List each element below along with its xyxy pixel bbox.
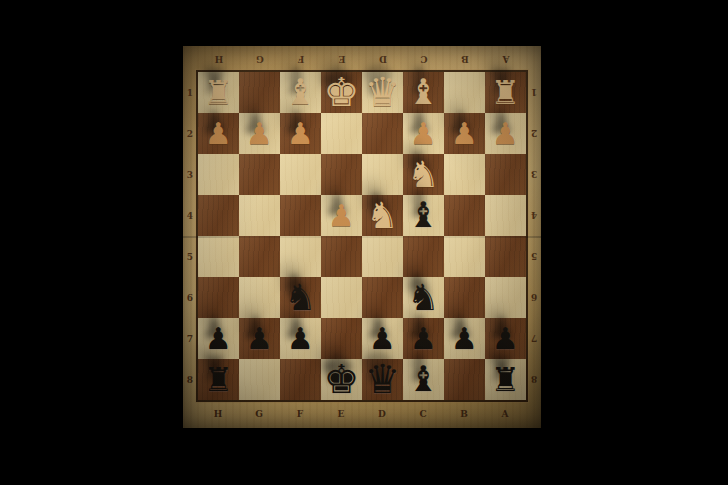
piece-black-queen-d8[interactable]: ♛ <box>365 359 401 400</box>
square-e3[interactable] <box>321 154 362 195</box>
square-b1[interactable] <box>444 72 485 113</box>
square-g6[interactable] <box>239 277 280 318</box>
file-label: B <box>444 400 485 428</box>
file-label: D <box>362 400 403 428</box>
square-b7[interactable]: ♟ <box>444 318 485 359</box>
rank-label: 7 <box>526 318 541 359</box>
rank-label: 3 <box>183 154 198 195</box>
piece-white-pawn-f2[interactable]: ♟ <box>287 113 314 154</box>
square-b3[interactable] <box>444 154 485 195</box>
board-hinge-seam <box>183 236 541 238</box>
square-g5[interactable] <box>239 236 280 277</box>
piece-black-rook-a8[interactable]: ♜ <box>491 359 521 400</box>
file-label: C <box>403 46 444 72</box>
square-h4[interactable] <box>198 195 239 236</box>
piece-black-knight-f6[interactable]: ♞ <box>284 277 316 318</box>
piece-black-rook-h8[interactable]: ♜ <box>204 359 234 400</box>
square-f2[interactable]: ♟ <box>280 113 321 154</box>
rank-label: 7 <box>183 318 198 359</box>
piece-white-pawn-b2[interactable]: ♟ <box>451 113 478 154</box>
square-a7[interactable]: ♟ <box>485 318 526 359</box>
square-c6[interactable]: ♞ <box>403 277 444 318</box>
square-g7[interactable]: ♟ <box>239 318 280 359</box>
square-a2[interactable]: ♟ <box>485 113 526 154</box>
square-e1[interactable]: ♚ <box>321 72 362 113</box>
piece-white-queen-d1[interactable]: ♛ <box>365 72 401 113</box>
square-c7[interactable]: ♟ <box>403 318 444 359</box>
chess-board: HGFEDCBA HGFEDCBA 12345678 12345678 ♜♝♚♛… <box>183 46 541 428</box>
square-f6[interactable]: ♞ <box>280 277 321 318</box>
piece-black-pawn-d7[interactable]: ♟ <box>369 318 396 359</box>
square-g4[interactable] <box>239 195 280 236</box>
piece-white-bishop-f1[interactable]: ♝ <box>285 72 316 113</box>
square-d3[interactable] <box>362 154 403 195</box>
square-f4[interactable] <box>280 195 321 236</box>
rank-label: 6 <box>526 277 541 318</box>
square-a3[interactable] <box>485 154 526 195</box>
file-label: H <box>198 46 239 72</box>
square-c2[interactable]: ♟ <box>403 113 444 154</box>
piece-black-pawn-f7[interactable]: ♟ <box>287 318 314 359</box>
square-h5[interactable] <box>198 236 239 277</box>
square-a6[interactable] <box>485 277 526 318</box>
square-d1[interactable]: ♛ <box>362 72 403 113</box>
square-d5[interactable] <box>362 236 403 277</box>
piece-white-bishop-c1[interactable]: ♝ <box>408 72 439 113</box>
square-d4[interactable]: ♞ <box>362 195 403 236</box>
square-f8[interactable] <box>280 359 321 400</box>
piece-white-knight-d4[interactable]: ♞ <box>366 195 398 236</box>
piece-black-pawn-h7[interactable]: ♟ <box>205 318 232 359</box>
square-f7[interactable]: ♟ <box>280 318 321 359</box>
piece-white-knight-c3[interactable]: ♞ <box>407 154 439 195</box>
square-c1[interactable]: ♝ <box>403 72 444 113</box>
square-a5[interactable] <box>485 236 526 277</box>
file-label: G <box>239 400 280 428</box>
square-b2[interactable]: ♟ <box>444 113 485 154</box>
piece-white-pawn-h2[interactable]: ♟ <box>205 113 232 154</box>
square-g1[interactable] <box>239 72 280 113</box>
piece-white-rook-a1[interactable]: ♜ <box>491 72 521 113</box>
square-e8[interactable]: ♚ <box>321 359 362 400</box>
file-label: A <box>485 46 526 72</box>
square-e2[interactable] <box>321 113 362 154</box>
piece-black-pawn-b7[interactable]: ♟ <box>451 318 478 359</box>
square-h3[interactable] <box>198 154 239 195</box>
square-h7[interactable]: ♟ <box>198 318 239 359</box>
square-g8[interactable] <box>239 359 280 400</box>
rank-label: 6 <box>183 277 198 318</box>
file-label: B <box>444 46 485 72</box>
square-a4[interactable] <box>485 195 526 236</box>
square-e7[interactable] <box>321 318 362 359</box>
square-c3[interactable]: ♞ <box>403 154 444 195</box>
square-e5[interactable] <box>321 236 362 277</box>
square-b5[interactable] <box>444 236 485 277</box>
square-g3[interactable] <box>239 154 280 195</box>
square-e4[interactable]: ♟ <box>321 195 362 236</box>
file-label: G <box>239 46 280 72</box>
rank-label: 5 <box>183 236 198 277</box>
rank-label: 3 <box>526 154 541 195</box>
piece-white-pawn-e4[interactable]: ♟ <box>328 195 355 236</box>
piece-white-pawn-g2[interactable]: ♟ <box>246 113 273 154</box>
square-h1[interactable]: ♜ <box>198 72 239 113</box>
square-b6[interactable] <box>444 277 485 318</box>
piece-black-pawn-g7[interactable]: ♟ <box>246 318 273 359</box>
rank-label: 5 <box>526 236 541 277</box>
rank-label: 4 <box>526 195 541 236</box>
rank-label: 2 <box>183 113 198 154</box>
file-labels-bottom: HGFEDCBA <box>198 400 526 428</box>
rank-label: 8 <box>183 359 198 400</box>
square-d2[interactable] <box>362 113 403 154</box>
square-d6[interactable] <box>362 277 403 318</box>
file-label: A <box>485 400 526 428</box>
file-label: C <box>403 400 444 428</box>
square-c4[interactable]: ♝ <box>403 195 444 236</box>
square-g2[interactable]: ♟ <box>239 113 280 154</box>
square-f5[interactable] <box>280 236 321 277</box>
file-label: H <box>198 400 239 428</box>
piece-white-king-e1[interactable]: ♚ <box>324 72 360 113</box>
piece-black-knight-c6[interactable]: ♞ <box>407 277 439 318</box>
piece-white-rook-h1[interactable]: ♜ <box>204 72 234 113</box>
rank-label: 1 <box>183 72 198 113</box>
piece-black-pawn-a7[interactable]: ♟ <box>492 318 519 359</box>
piece-black-king-e8[interactable]: ♚ <box>324 359 360 400</box>
square-b4[interactable] <box>444 195 485 236</box>
rank-label: 1 <box>526 72 541 113</box>
file-label: E <box>321 400 362 428</box>
file-label: F <box>280 46 321 72</box>
piece-black-bishop-c4[interactable]: ♝ <box>408 195 439 236</box>
square-a1[interactable]: ♜ <box>485 72 526 113</box>
square-b8[interactable] <box>444 359 485 400</box>
square-c5[interactable] <box>403 236 444 277</box>
square-c8[interactable]: ♝ <box>403 359 444 400</box>
square-a8[interactable]: ♜ <box>485 359 526 400</box>
file-labels-top: HGFEDCBA <box>198 46 526 72</box>
square-f1[interactable]: ♝ <box>280 72 321 113</box>
rank-label: 4 <box>183 195 198 236</box>
file-label: F <box>280 400 321 428</box>
square-h6[interactable] <box>198 277 239 318</box>
square-h2[interactable]: ♟ <box>198 113 239 154</box>
square-d7[interactable]: ♟ <box>362 318 403 359</box>
square-e6[interactable] <box>321 277 362 318</box>
piece-white-pawn-c2[interactable]: ♟ <box>410 113 437 154</box>
piece-white-pawn-a2[interactable]: ♟ <box>492 113 519 154</box>
rank-label: 2 <box>526 113 541 154</box>
square-f3[interactable] <box>280 154 321 195</box>
piece-black-pawn-c7[interactable]: ♟ <box>410 318 437 359</box>
square-h8[interactable]: ♜ <box>198 359 239 400</box>
rank-label: 8 <box>526 359 541 400</box>
square-d8[interactable]: ♛ <box>362 359 403 400</box>
piece-black-bishop-c8[interactable]: ♝ <box>408 359 439 400</box>
